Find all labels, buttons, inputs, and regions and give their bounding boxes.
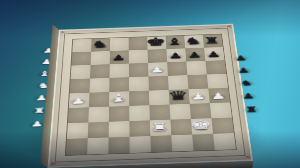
corner-ornament-icon: ➤ — [49, 161, 57, 167]
black-king-e8[interactable]: ♚ — [145, 36, 166, 48]
square-h2[interactable] — [211, 117, 234, 133]
square-g5[interactable] — [187, 74, 208, 89]
black-bishop-f8[interactable]: ♝ — [165, 37, 183, 47]
square-b4[interactable] — [89, 92, 109, 107]
square-a6[interactable] — [71, 65, 91, 79]
square-d5[interactable] — [129, 77, 149, 92]
square-d4[interactable] — [129, 91, 149, 106]
square-c6[interactable] — [110, 64, 129, 78]
square-h1[interactable] — [213, 133, 236, 150]
black-knight-g8[interactable]: ♞ — [184, 36, 202, 46]
captured-black-pawn-shadow: ♟ — [232, 55, 250, 62]
square-b2[interactable] — [88, 122, 109, 138]
black-knight-b8[interactable]: ♞ — [91, 39, 109, 49]
square-a2[interactable] — [67, 122, 88, 138]
corner-ornament-icon: ➤ — [60, 30, 67, 35]
square-d7[interactable] — [129, 50, 148, 64]
black-pawn-f7[interactable]: ♟ — [168, 52, 182, 60]
black-pawn-g7[interactable]: ♟ — [187, 51, 202, 59]
square-f2[interactable] — [170, 119, 192, 135]
square-e7[interactable] — [148, 49, 168, 63]
square-g3[interactable] — [190, 103, 212, 119]
square-h5[interactable] — [207, 74, 228, 89]
square-d6[interactable] — [129, 63, 149, 77]
captured-black-pawn[interactable]: ♟ — [237, 67, 250, 74]
table-plane: ➤ ➤ ➤ ➤ ♞♚♝♞♜♟♟♟♟♟♟♝♛♟♟♜♚ ♟♟♝♞♟♜♟ ♟♟♞♟♜ — [12, 17, 289, 168]
square-e1[interactable] — [150, 135, 172, 152]
captured-white-bishop[interactable]: ♝ — [39, 70, 51, 77]
corner-ornament-icon: ➤ — [225, 24, 232, 29]
square-f1[interactable] — [171, 135, 193, 152]
captured-black-knight-shadow: ♞ — [237, 80, 256, 88]
square-c5[interactable] — [109, 77, 129, 92]
square-c2[interactable] — [109, 121, 130, 137]
square-f6[interactable] — [167, 62, 187, 76]
black-pawn-c7[interactable]: ♟ — [111, 54, 125, 62]
square-d1[interactable] — [130, 136, 151, 153]
captured-white-pawn[interactable]: ♟ — [31, 120, 44, 128]
square-c8[interactable] — [110, 38, 129, 51]
square-a1[interactable] — [66, 138, 88, 155]
chess-game-screen: ➤ ➤ ➤ ➤ ♞♚♝♞♜♟♟♟♟♟♟♝♛♟♟♜♚ ♟♟♝♞♟♜♟ ♟♟♞♟♜ — [0, 0, 300, 168]
square-a8[interactable] — [72, 39, 91, 52]
square-c1[interactable] — [108, 137, 129, 154]
square-a7[interactable] — [71, 52, 91, 66]
captured-white-pawn[interactable]: ♟ — [42, 47, 54, 54]
black-rook-h8[interactable]: ♜ — [203, 36, 221, 46]
black-pawn-h7[interactable]: ♟ — [206, 50, 221, 58]
square-e2[interactable] — [150, 120, 171, 136]
square-b1[interactable] — [87, 137, 109, 154]
square-b6[interactable] — [90, 64, 110, 78]
square-b7[interactable] — [91, 51, 110, 65]
square-h6[interactable] — [205, 60, 226, 74]
square-g6[interactable] — [186, 61, 207, 75]
square-g2[interactable] — [191, 118, 213, 134]
corner-ornament-icon: ➤ — [243, 154, 252, 160]
captured-black-pawn[interactable]: ♟ — [235, 55, 248, 62]
scene-3d: ➤ ➤ ➤ ➤ ♞♚♝♞♜♟♟♟♟♟♟♝♛♟♟♜♚ ♟♟♝♞♟♜♟ ♟♟♞♟♜ — [0, 0, 300, 168]
square-e5[interactable] — [148, 76, 168, 91]
captured-black-rook[interactable]: ♜ — [245, 106, 259, 114]
white-pawn-e6[interactable]: ♟ — [150, 66, 165, 74]
captured-white-pawn[interactable]: ♟ — [41, 59, 53, 66]
square-a5[interactable] — [70, 79, 90, 94]
captured-black-pawn-shadow: ♟ — [234, 67, 253, 74]
square-d2[interactable] — [129, 120, 150, 136]
captured-black-knight[interactable]: ♞ — [240, 80, 253, 87]
square-g1[interactable] — [192, 134, 215, 151]
square-b5[interactable] — [90, 78, 110, 93]
